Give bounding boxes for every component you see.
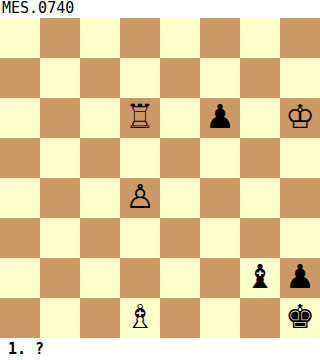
square-c6[interactable]: [80, 98, 120, 138]
square-a6[interactable]: [0, 98, 40, 138]
square-c5[interactable]: [80, 138, 120, 178]
square-b4[interactable]: [40, 178, 80, 218]
square-a2[interactable]: [0, 258, 40, 298]
square-a7[interactable]: [0, 58, 40, 98]
square-d3[interactable]: [120, 218, 160, 258]
square-e3[interactable]: [160, 218, 200, 258]
white-king-h6[interactable]: ♔: [285, 97, 315, 137]
square-f6[interactable]: ♟: [200, 98, 240, 138]
square-h1[interactable]: ♚: [280, 298, 320, 338]
white-bishop-d1[interactable]: ♗: [125, 297, 155, 337]
square-a4[interactable]: [0, 178, 40, 218]
square-g3[interactable]: [240, 218, 280, 258]
square-g4[interactable]: [240, 178, 280, 218]
square-a1[interactable]: [0, 298, 40, 338]
square-g7[interactable]: [240, 58, 280, 98]
square-c2[interactable]: [80, 258, 120, 298]
square-h3[interactable]: [280, 218, 320, 258]
square-g8[interactable]: [240, 18, 280, 58]
square-d5[interactable]: [120, 138, 160, 178]
square-h6[interactable]: ♔: [280, 98, 320, 138]
chess-board: ♖♟♔♙♝♟♗♚: [0, 18, 320, 338]
square-f5[interactable]: [200, 138, 240, 178]
square-f7[interactable]: [200, 58, 240, 98]
square-f8[interactable]: [200, 18, 240, 58]
square-f2[interactable]: [200, 258, 240, 298]
square-e7[interactable]: [160, 58, 200, 98]
square-b3[interactable]: [40, 218, 80, 258]
square-d4[interactable]: ♙: [120, 178, 160, 218]
square-d8[interactable]: [120, 18, 160, 58]
square-c1[interactable]: [80, 298, 120, 338]
square-g1[interactable]: [240, 298, 280, 338]
black-bishop-g2[interactable]: ♝: [245, 257, 275, 297]
square-d6[interactable]: ♖: [120, 98, 160, 138]
square-e2[interactable]: [160, 258, 200, 298]
white-rook-d6[interactable]: ♖: [125, 97, 155, 137]
square-c8[interactable]: [80, 18, 120, 58]
square-a5[interactable]: [0, 138, 40, 178]
square-b1[interactable]: [40, 298, 80, 338]
square-d1[interactable]: ♗: [120, 298, 160, 338]
square-e4[interactable]: [160, 178, 200, 218]
square-d2[interactable]: [120, 258, 160, 298]
move-prompt: 1. ?: [0, 338, 320, 360]
white-pawn-d4[interactable]: ♙: [125, 177, 155, 217]
puzzle-id-title: MES.0740: [0, 0, 320, 18]
square-g2[interactable]: ♝: [240, 258, 280, 298]
square-h4[interactable]: [280, 178, 320, 218]
square-h8[interactable]: [280, 18, 320, 58]
black-king-h1[interactable]: ♚: [285, 297, 315, 337]
black-pawn-f6[interactable]: ♟: [205, 97, 235, 137]
square-g5[interactable]: [240, 138, 280, 178]
square-c4[interactable]: [80, 178, 120, 218]
square-c7[interactable]: [80, 58, 120, 98]
square-g6[interactable]: [240, 98, 280, 138]
square-h7[interactable]: [280, 58, 320, 98]
square-b2[interactable]: [40, 258, 80, 298]
square-f3[interactable]: [200, 218, 240, 258]
square-e8[interactable]: [160, 18, 200, 58]
square-f4[interactable]: [200, 178, 240, 218]
square-h5[interactable]: [280, 138, 320, 178]
square-e1[interactable]: [160, 298, 200, 338]
square-b7[interactable]: [40, 58, 80, 98]
black-pawn-h2[interactable]: ♟: [285, 257, 315, 297]
square-f1[interactable]: [200, 298, 240, 338]
square-e5[interactable]: [160, 138, 200, 178]
square-b5[interactable]: [40, 138, 80, 178]
square-b6[interactable]: [40, 98, 80, 138]
square-d7[interactable]: [120, 58, 160, 98]
square-a3[interactable]: [0, 218, 40, 258]
square-a8[interactable]: [0, 18, 40, 58]
square-c3[interactable]: [80, 218, 120, 258]
square-h2[interactable]: ♟: [280, 258, 320, 298]
square-b8[interactable]: [40, 18, 80, 58]
square-e6[interactable]: [160, 98, 200, 138]
